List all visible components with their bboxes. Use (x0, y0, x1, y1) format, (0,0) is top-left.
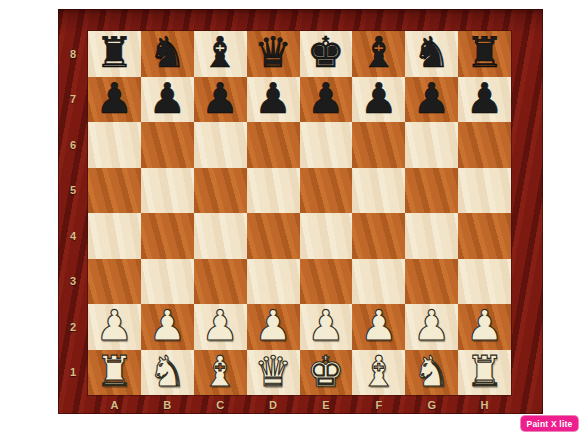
square-e3[interactable] (300, 259, 353, 305)
piece-white-pawn[interactable]: ♟ (413, 304, 451, 348)
square-h4[interactable] (458, 213, 511, 259)
file-label-c: C (194, 395, 247, 414)
piece-black-pawn[interactable]: ♟ (360, 77, 398, 121)
square-b4[interactable] (141, 213, 194, 259)
piece-black-king[interactable]: ♚ (307, 31, 345, 75)
square-d4[interactable] (247, 213, 300, 259)
rank-label-4: 4 (58, 213, 88, 259)
square-e4[interactable] (300, 213, 353, 259)
rank-label-7: 7 (58, 77, 88, 123)
square-g6[interactable] (405, 122, 458, 168)
square-a4[interactable] (88, 213, 141, 259)
square-c7[interactable]: ♟ (194, 77, 247, 123)
square-a7[interactable]: ♟ (88, 77, 141, 123)
piece-white-pawn[interactable]: ♟ (148, 304, 186, 348)
square-f6[interactable] (352, 122, 405, 168)
paint-x-lite-watermark-badge: Paint X lite (521, 416, 578, 431)
square-a6[interactable] (88, 122, 141, 168)
square-g2[interactable]: ♟ (405, 304, 458, 350)
square-e8[interactable]: ♚ (300, 31, 353, 77)
square-f2[interactable]: ♟ (352, 304, 405, 350)
piece-black-pawn[interactable]: ♟ (201, 77, 239, 121)
square-d7[interactable]: ♟ (247, 77, 300, 123)
square-e2[interactable]: ♟ (300, 304, 353, 350)
rank-label-5: 5 (58, 168, 88, 214)
rank-label-8: 8 (58, 31, 88, 77)
square-b8[interactable]: ♞ (141, 31, 194, 77)
square-f1[interactable]: ♝ (352, 350, 405, 396)
piece-white-pawn[interactable]: ♟ (254, 304, 292, 348)
square-b5[interactable] (141, 168, 194, 214)
square-f7[interactable]: ♟ (352, 77, 405, 123)
square-c5[interactable] (194, 168, 247, 214)
rank-label-2: 2 (58, 304, 88, 350)
square-c1[interactable]: ♝ (194, 350, 247, 396)
piece-white-pawn[interactable]: ♟ (466, 304, 504, 348)
square-h6[interactable] (458, 122, 511, 168)
file-label-e: E (300, 395, 353, 414)
piece-white-king[interactable]: ♚ (307, 350, 345, 394)
piece-black-pawn[interactable]: ♟ (413, 77, 451, 121)
piece-black-pawn[interactable]: ♟ (254, 77, 292, 121)
square-c3[interactable] (194, 259, 247, 305)
piece-black-knight[interactable]: ♞ (413, 31, 451, 75)
square-b6[interactable] (141, 122, 194, 168)
piece-white-pawn[interactable]: ♟ (360, 304, 398, 348)
square-d2[interactable]: ♟ (247, 304, 300, 350)
square-f8[interactable]: ♝ (352, 31, 405, 77)
square-a3[interactable] (88, 259, 141, 305)
piece-black-rook[interactable]: ♜ (96, 31, 134, 75)
square-c8[interactable]: ♝ (194, 31, 247, 77)
square-g8[interactable]: ♞ (405, 31, 458, 77)
file-label-d: D (247, 395, 300, 414)
square-d5[interactable] (247, 168, 300, 214)
piece-black-pawn[interactable]: ♟ (466, 77, 504, 121)
square-c6[interactable] (194, 122, 247, 168)
file-labels: ABCDEFGH (88, 395, 511, 414)
square-h7[interactable]: ♟ (458, 77, 511, 123)
piece-white-rook[interactable]: ♜ (96, 350, 134, 394)
file-label-a: A (88, 395, 141, 414)
square-d8[interactable]: ♛ (247, 31, 300, 77)
square-g3[interactable] (405, 259, 458, 305)
chess-board[interactable]: ♜♞♝♛♚♝♞♜♟♟♟♟♟♟♟♟♟♟♟♟♟♟♟♟♜♞♝♛♚♝♞♜ (88, 31, 511, 395)
piece-white-knight[interactable]: ♞ (413, 350, 451, 394)
square-a5[interactable] (88, 168, 141, 214)
square-h3[interactable] (458, 259, 511, 305)
square-h5[interactable] (458, 168, 511, 214)
square-a2[interactable]: ♟ (88, 304, 141, 350)
square-d6[interactable] (247, 122, 300, 168)
piece-white-pawn[interactable]: ♟ (201, 304, 239, 348)
piece-white-pawn[interactable]: ♟ (307, 304, 345, 348)
square-b3[interactable] (141, 259, 194, 305)
page: 87654321 ♜♞♝♛♚♝♞♜♟♟♟♟♟♟♟♟♟♟♟♟♟♟♟♟♜♞♝♛♚♝♞… (0, 0, 580, 434)
piece-black-rook[interactable]: ♜ (466, 31, 504, 75)
piece-black-knight[interactable]: ♞ (148, 31, 186, 75)
file-label-b: B (141, 395, 194, 414)
square-h1[interactable]: ♜ (458, 350, 511, 396)
piece-black-bishop[interactable]: ♝ (360, 31, 398, 75)
square-e1[interactable]: ♚ (300, 350, 353, 396)
square-e5[interactable] (300, 168, 353, 214)
square-h2[interactable]: ♟ (458, 304, 511, 350)
rank-label-6: 6 (58, 122, 88, 168)
square-d1[interactable]: ♛ (247, 350, 300, 396)
square-b7[interactable]: ♟ (141, 77, 194, 123)
piece-white-bishop[interactable]: ♝ (201, 350, 239, 394)
square-g7[interactable]: ♟ (405, 77, 458, 123)
piece-black-queen[interactable]: ♛ (254, 31, 292, 75)
piece-white-pawn[interactable]: ♟ (96, 304, 134, 348)
piece-black-pawn[interactable]: ♟ (96, 77, 134, 121)
chess-board-frame: 87654321 ♜♞♝♛♚♝♞♜♟♟♟♟♟♟♟♟♟♟♟♟♟♟♟♟♜♞♝♛♚♝♞… (58, 9, 543, 414)
piece-white-rook[interactable]: ♜ (466, 350, 504, 394)
square-c2[interactable]: ♟ (194, 304, 247, 350)
square-g5[interactable] (405, 168, 458, 214)
file-label-h: H (458, 395, 511, 414)
square-f3[interactable] (352, 259, 405, 305)
square-b2[interactable]: ♟ (141, 304, 194, 350)
square-e7[interactable]: ♟ (300, 77, 353, 123)
rank-label-3: 3 (58, 259, 88, 305)
square-c4[interactable] (194, 213, 247, 259)
square-f4[interactable] (352, 213, 405, 259)
square-g4[interactable] (405, 213, 458, 259)
square-d3[interactable] (247, 259, 300, 305)
piece-black-pawn[interactable]: ♟ (307, 77, 345, 121)
square-g1[interactable]: ♞ (405, 350, 458, 396)
rank-label-1: 1 (58, 350, 88, 396)
square-e6[interactable] (300, 122, 353, 168)
piece-white-queen[interactable]: ♛ (254, 350, 292, 394)
square-h8[interactable]: ♜ (458, 31, 511, 77)
square-b1[interactable]: ♞ (141, 350, 194, 396)
piece-black-bishop[interactable]: ♝ (201, 31, 239, 75)
file-label-g: G (405, 395, 458, 414)
piece-white-bishop[interactable]: ♝ (360, 350, 398, 394)
rank-labels: 87654321 (58, 31, 88, 395)
piece-black-pawn[interactable]: ♟ (148, 77, 186, 121)
piece-white-knight[interactable]: ♞ (148, 350, 186, 394)
square-a1[interactable]: ♜ (88, 350, 141, 396)
square-a8[interactable]: ♜ (88, 31, 141, 77)
square-f5[interactable] (352, 168, 405, 214)
file-label-f: F (352, 395, 405, 414)
